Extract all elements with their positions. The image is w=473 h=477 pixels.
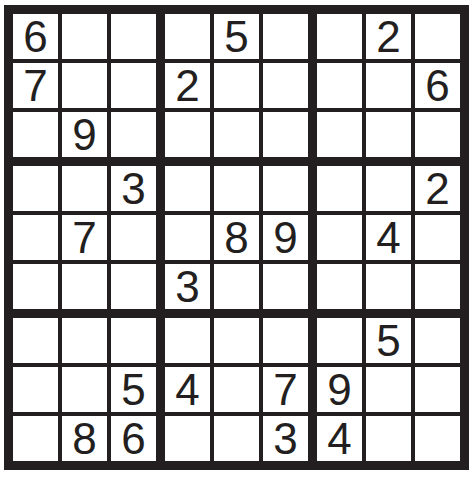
cell-r9c1[interactable] — [13, 416, 58, 461]
cell-r8c3[interactable]: 5 — [111, 367, 156, 412]
cell-r9c6[interactable]: 3 — [263, 416, 308, 461]
cell-r5c8[interactable]: 4 — [366, 215, 411, 260]
cell-r7c8[interactable]: 5 — [366, 318, 411, 363]
cell-r1c9[interactable] — [415, 14, 460, 59]
board-row-3: 9 — [13, 112, 460, 157]
cell-r2c7[interactable] — [317, 63, 362, 108]
board-row-4: 32 — [13, 166, 460, 211]
cell-r6c5[interactable] — [214, 264, 259, 309]
cell-r1c1[interactable]: 6 — [13, 14, 58, 59]
cell-r9c3[interactable]: 6 — [111, 416, 156, 461]
cell-r6c2[interactable] — [62, 264, 107, 309]
cell-r3c9[interactable] — [415, 112, 460, 157]
cell-r4c2[interactable] — [62, 166, 107, 211]
cell-r8c9[interactable] — [415, 367, 460, 412]
board-row-1: 652 — [13, 14, 460, 59]
cell-r7c7[interactable] — [317, 318, 362, 363]
cell-r8c8[interactable] — [366, 367, 411, 412]
cell-r5c2[interactable]: 7 — [62, 215, 107, 260]
cell-r4c5[interactable] — [214, 166, 259, 211]
cell-r5c6[interactable]: 9 — [263, 215, 308, 260]
cell-r7c2[interactable] — [62, 318, 107, 363]
cell-r2c2[interactable] — [62, 63, 107, 108]
board-row-6: 3 — [13, 264, 460, 309]
cell-r4c6[interactable] — [263, 166, 308, 211]
cell-r5c7[interactable] — [317, 215, 362, 260]
cell-r3c1[interactable] — [13, 112, 58, 157]
sudoku-board: 65272693278943554798634 — [4, 5, 469, 470]
cell-r8c1[interactable] — [13, 367, 58, 412]
cell-r5c1[interactable] — [13, 215, 58, 260]
cell-r9c2[interactable]: 8 — [62, 416, 107, 461]
cell-r5c4[interactable] — [165, 215, 210, 260]
cell-r5c3[interactable] — [111, 215, 156, 260]
cell-r9c4[interactable] — [165, 416, 210, 461]
cell-r7c3[interactable] — [111, 318, 156, 363]
cell-r6c9[interactable] — [415, 264, 460, 309]
cell-r1c7[interactable] — [317, 14, 362, 59]
cell-r3c2[interactable]: 9 — [62, 112, 107, 157]
cell-r3c8[interactable] — [366, 112, 411, 157]
cell-r3c5[interactable] — [214, 112, 259, 157]
cell-r7c4[interactable] — [165, 318, 210, 363]
cell-r1c4[interactable] — [165, 14, 210, 59]
cell-r3c7[interactable] — [317, 112, 362, 157]
cell-r1c2[interactable] — [62, 14, 107, 59]
cell-r2c8[interactable] — [366, 63, 411, 108]
cell-r8c2[interactable] — [62, 367, 107, 412]
cell-r2c3[interactable] — [111, 63, 156, 108]
board-row-7: 5 — [13, 318, 460, 363]
cell-r6c4[interactable]: 3 — [165, 264, 210, 309]
cell-r2c6[interactable] — [263, 63, 308, 108]
cell-r4c9[interactable]: 2 — [415, 166, 460, 211]
cell-r2c1[interactable]: 7 — [13, 63, 58, 108]
cell-r4c7[interactable] — [317, 166, 362, 211]
cell-r9c7[interactable]: 4 — [317, 416, 362, 461]
cell-r1c3[interactable] — [111, 14, 156, 59]
cell-r1c5[interactable]: 5 — [214, 14, 259, 59]
cell-r7c1[interactable] — [13, 318, 58, 363]
cell-r5c9[interactable] — [415, 215, 460, 260]
cell-r9c9[interactable] — [415, 416, 460, 461]
cell-r3c4[interactable] — [165, 112, 210, 157]
cell-r1c8[interactable]: 2 — [366, 14, 411, 59]
board-row-5: 7894 — [13, 215, 460, 260]
cell-r2c5[interactable] — [214, 63, 259, 108]
cell-r4c4[interactable] — [165, 166, 210, 211]
board-row-9: 8634 — [13, 416, 460, 461]
cell-r1c6[interactable] — [263, 14, 308, 59]
cell-r4c1[interactable] — [13, 166, 58, 211]
cell-r8c4[interactable]: 4 — [165, 367, 210, 412]
cell-r4c3[interactable]: 3 — [111, 166, 156, 211]
cell-r5c5[interactable]: 8 — [214, 215, 259, 260]
cell-r9c5[interactable] — [214, 416, 259, 461]
cell-r3c3[interactable] — [111, 112, 156, 157]
cell-r3c6[interactable] — [263, 112, 308, 157]
cell-r7c9[interactable] — [415, 318, 460, 363]
cell-r6c1[interactable] — [13, 264, 58, 309]
cell-r7c6[interactable] — [263, 318, 308, 363]
cell-r2c4[interactable]: 2 — [165, 63, 210, 108]
board-row-8: 5479 — [13, 367, 460, 412]
cell-r2c9[interactable]: 6 — [415, 63, 460, 108]
cell-r6c3[interactable] — [111, 264, 156, 309]
cell-r8c6[interactable]: 7 — [263, 367, 308, 412]
cell-r6c7[interactable] — [317, 264, 362, 309]
cell-r8c7[interactable]: 9 — [317, 367, 362, 412]
cell-r7c5[interactable] — [214, 318, 259, 363]
cell-r8c5[interactable] — [214, 367, 259, 412]
cell-r6c8[interactable] — [366, 264, 411, 309]
cell-r6c6[interactable] — [263, 264, 308, 309]
cell-r9c8[interactable] — [366, 416, 411, 461]
cell-r4c8[interactable] — [366, 166, 411, 211]
board-row-2: 726 — [13, 63, 460, 108]
